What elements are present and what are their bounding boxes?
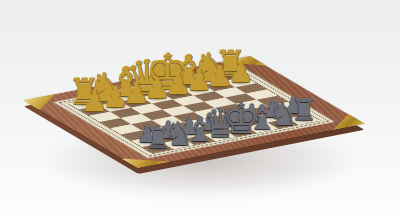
chess-set-photo: ♜♞♝♛♚♝♞♜♟♟♟♟♟♟♟♟♟♟♟♟♟♟♟♟♜♞♝♛♚♝♞♜ [0,0,400,219]
